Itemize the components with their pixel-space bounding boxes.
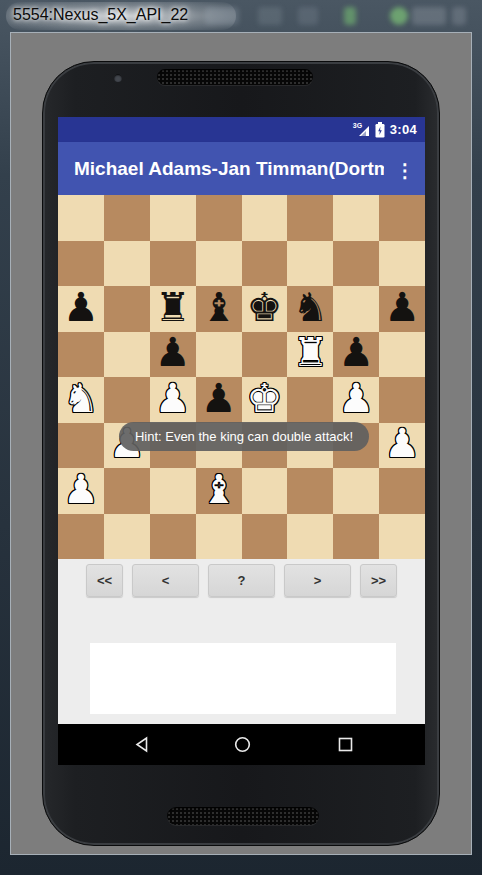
square-a3[interactable] <box>58 423 104 469</box>
white-king: ♚ <box>247 378 283 418</box>
square-d5[interactable] <box>196 332 242 378</box>
black-pawn: ♟ <box>338 332 374 372</box>
white-pawn: ♟ <box>384 423 420 463</box>
square-a1[interactable] <box>58 514 104 560</box>
emulator-client-area: 3G 3:04 Michael Adams-Jan Timman( <box>10 32 472 855</box>
square-d7[interactable] <box>196 241 242 287</box>
overflow-menu-icon[interactable]: ⋮ <box>389 154 421 186</box>
game-title: Michael Adams-Jan Timman(Dortm... <box>74 158 384 180</box>
black-knight: ♞ <box>292 287 328 327</box>
square-h3[interactable]: ♟ <box>379 423 425 469</box>
square-g5[interactable]: ♟ <box>333 332 379 378</box>
signal-triangle-icon <box>358 125 370 137</box>
square-g7[interactable] <box>333 241 379 287</box>
square-c6[interactable]: ♜ <box>150 286 196 332</box>
square-h7[interactable] <box>379 241 425 287</box>
square-a4[interactable]: ♞ <box>58 377 104 423</box>
status-bar: 3G 3:04 <box>58 117 425 142</box>
front-camera <box>114 74 122 82</box>
window-titlebar[interactable]: 5554:Nexus_5X_API_22 <box>0 0 482 32</box>
square-d8[interactable] <box>196 195 242 241</box>
square-b8[interactable] <box>104 195 150 241</box>
home-icon[interactable] <box>234 736 251 753</box>
emulator-window: 5554:Nexus_5X_API_22 3G <box>0 0 482 875</box>
android-navigation-bar <box>58 724 425 765</box>
square-g4[interactable]: ♟ <box>333 377 379 423</box>
square-f6[interactable]: ♞ <box>287 286 333 332</box>
square-f2[interactable] <box>287 468 333 514</box>
square-c7[interactable] <box>150 241 196 287</box>
square-g6[interactable] <box>333 286 379 332</box>
chess-board: ♟♜♝♚♞♟♟♜♟♞♟♟♚♟♟♟♟♝ <box>58 195 425 559</box>
previous-move-button[interactable]: < <box>132 564 199 597</box>
hint-tooltip: Hint: Even the king can double attack! <box>119 422 369 451</box>
square-c8[interactable] <box>150 195 196 241</box>
window-title: 5554:Nexus_5X_API_22 <box>13 6 188 24</box>
black-bishop: ♝ <box>201 287 237 327</box>
square-d6[interactable]: ♝ <box>196 286 242 332</box>
square-a7[interactable] <box>58 241 104 287</box>
back-icon[interactable] <box>134 736 151 753</box>
square-b4[interactable] <box>104 377 150 423</box>
black-king: ♚ <box>247 287 283 327</box>
next-move-button[interactable]: > <box>284 564 351 597</box>
square-g8[interactable] <box>333 195 379 241</box>
square-h4[interactable] <box>379 377 425 423</box>
square-a6[interactable]: ♟ <box>58 286 104 332</box>
square-c2[interactable] <box>150 468 196 514</box>
last-move-button[interactable]: >> <box>360 564 397 597</box>
square-f7[interactable] <box>287 241 333 287</box>
titlebar-blur-artifact <box>390 7 408 25</box>
square-e7[interactable] <box>242 241 288 287</box>
square-h6[interactable]: ♟ <box>379 286 425 332</box>
bottom-speaker <box>167 807 319 825</box>
square-b2[interactable] <box>104 468 150 514</box>
square-f5[interactable]: ♜ <box>287 332 333 378</box>
square-h2[interactable] <box>379 468 425 514</box>
black-pawn: ♟ <box>384 287 420 327</box>
hint-button[interactable]: ? <box>208 564 275 597</box>
square-d2[interactable]: ♝ <box>196 468 242 514</box>
square-b5[interactable] <box>104 332 150 378</box>
phone-bezel: 3G 3:04 Michael Adams-Jan Timman( <box>42 61 440 846</box>
square-a5[interactable] <box>58 332 104 378</box>
square-e2[interactable] <box>242 468 288 514</box>
black-pawn: ♟ <box>63 287 99 327</box>
square-f4[interactable] <box>287 377 333 423</box>
titlebar-blur-artifact <box>412 7 446 25</box>
square-g2[interactable] <box>333 468 379 514</box>
white-rook: ♜ <box>292 332 328 372</box>
black-pawn: ♟ <box>201 378 237 418</box>
square-b7[interactable] <box>104 241 150 287</box>
square-g1[interactable] <box>333 514 379 560</box>
white-bishop: ♝ <box>201 469 237 509</box>
clock: 3:04 <box>390 122 417 137</box>
titlebar-blur-artifact <box>205 7 239 25</box>
black-pawn: ♟ <box>155 332 191 372</box>
square-a2[interactable]: ♟ <box>58 468 104 514</box>
square-e5[interactable] <box>242 332 288 378</box>
phone-screen: 3G 3:04 Michael Adams-Jan Timman( <box>58 117 425 765</box>
square-h8[interactable] <box>379 195 425 241</box>
square-c1[interactable] <box>150 514 196 560</box>
move-controls: << < ? > >> <box>58 564 425 597</box>
square-e1[interactable] <box>242 514 288 560</box>
square-e6[interactable]: ♚ <box>242 286 288 332</box>
battery-charging-icon <box>375 122 385 138</box>
square-c5[interactable]: ♟ <box>150 332 196 378</box>
square-b6[interactable] <box>104 286 150 332</box>
titlebar-blur-artifact <box>298 7 318 25</box>
square-h5[interactable] <box>379 332 425 378</box>
app-action-bar: Michael Adams-Jan Timman(Dortm... ⋮ <box>58 142 425 195</box>
titlebar-blur-artifact <box>258 7 282 25</box>
square-d4[interactable]: ♟ <box>196 377 242 423</box>
white-pawn: ♟ <box>155 378 191 418</box>
square-b1[interactable] <box>104 514 150 560</box>
square-e8[interactable] <box>242 195 288 241</box>
square-d1[interactable] <box>196 514 242 560</box>
first-move-button[interactable]: << <box>86 564 123 597</box>
moves-panel <box>90 643 396 714</box>
recents-icon[interactable] <box>337 736 354 753</box>
titlebar-blur-artifact <box>452 7 466 25</box>
white-pawn: ♟ <box>338 378 374 418</box>
titlebar-blur-artifact <box>344 7 356 25</box>
square-f8[interactable] <box>287 195 333 241</box>
square-f1[interactable] <box>287 514 333 560</box>
black-rook: ♜ <box>155 287 191 327</box>
earpiece-speaker <box>157 69 313 85</box>
square-c4[interactable]: ♟ <box>150 377 196 423</box>
square-e4[interactable]: ♚ <box>242 377 288 423</box>
square-h1[interactable] <box>379 514 425 560</box>
white-pawn: ♟ <box>63 469 99 509</box>
white-knight: ♞ <box>63 378 99 418</box>
cellular-signal-icon: 3G <box>353 122 370 137</box>
square-a8[interactable] <box>58 195 104 241</box>
